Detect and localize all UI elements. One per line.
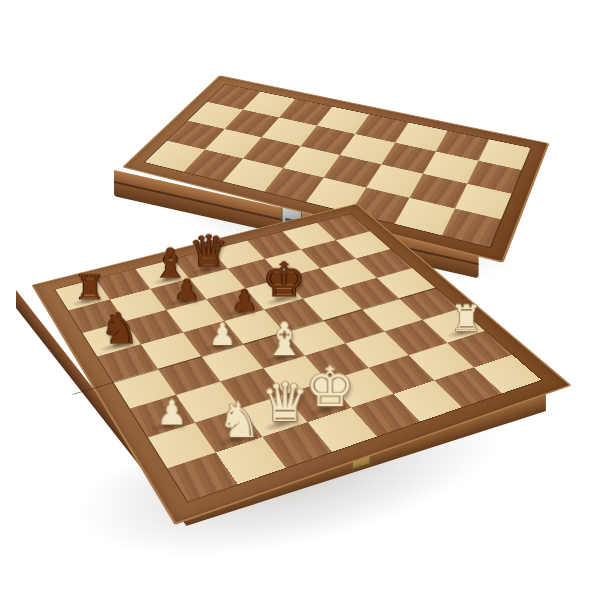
- square-h1[interactable]: [474, 355, 541, 394]
- piece-white-pawn[interactable]: ♟: [156, 397, 186, 429]
- product-photo-scene: Folding wooden chess set: closed walnut-…: [0, 0, 600, 600]
- piece-black-knight[interactable]: ♞: [100, 309, 139, 350]
- piece-black-pawn[interactable]: ♟: [173, 277, 199, 304]
- piece-white-pawn[interactable]: ♟: [208, 320, 236, 349]
- piece-black-queen[interactable]: ♛: [189, 231, 229, 273]
- piece-white-knight[interactable]: ♞: [217, 398, 260, 444]
- piece-white-king[interactable]: ♚: [304, 362, 354, 415]
- square-a1[interactable]: [167, 452, 237, 501]
- piece-black-pawn[interactable]: ♟: [231, 287, 257, 315]
- piece-black-king[interactable]: ♚: [262, 258, 305, 304]
- piece-white-rook[interactable]: ♜: [450, 302, 482, 336]
- piece-white-queen[interactable]: ♛: [261, 378, 309, 429]
- piece-black-rook[interactable]: ♜: [74, 272, 105, 305]
- piece-white-bishop[interactable]: ♝: [263, 318, 304, 361]
